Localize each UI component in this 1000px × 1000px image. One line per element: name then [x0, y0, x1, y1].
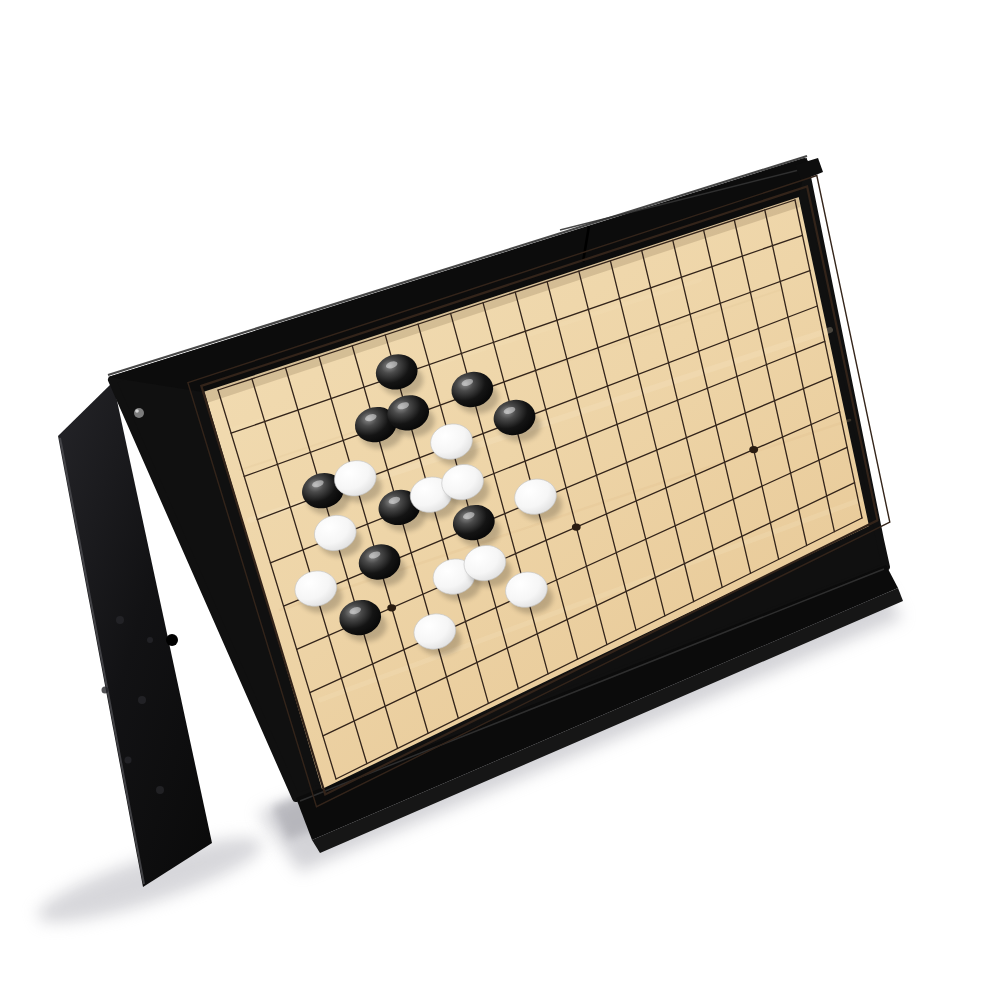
- photo-stage: [0, 0, 1000, 1000]
- leg-hinge-hole: [166, 634, 178, 646]
- star-point: [387, 604, 396, 611]
- go-board-photo: [0, 0, 1000, 1000]
- star-point: [749, 446, 758, 453]
- star-point: [572, 524, 581, 531]
- hinge-pin-highlight: [135, 409, 139, 413]
- hinge-pin: [134, 408, 144, 418]
